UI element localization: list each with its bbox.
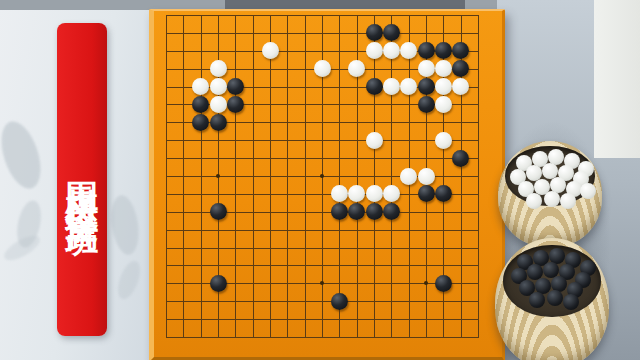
grid-line [166, 230, 479, 231]
black-stone[interactable] [366, 78, 383, 95]
black-stone[interactable] [210, 114, 227, 131]
black-stone[interactable] [348, 203, 365, 220]
grid-line [374, 15, 375, 338]
black-stone-bowl[interactable] [495, 238, 609, 360]
grid-line [166, 248, 479, 249]
black-stone[interactable] [383, 203, 400, 220]
white-stone[interactable] [348, 185, 365, 202]
star-point [216, 174, 220, 178]
black-stone[interactable] [418, 185, 435, 202]
black-stone[interactable] [192, 114, 209, 131]
white-stone[interactable] [383, 185, 400, 202]
banner-text: 围棋段位提高班 [57, 155, 107, 204]
black-stone[interactable] [227, 78, 244, 95]
star-point [320, 174, 324, 178]
grid-line [166, 337, 479, 338]
white-stone[interactable] [192, 78, 209, 95]
white-stone [580, 183, 596, 199]
white-stone[interactable] [210, 60, 227, 77]
ink-blossom [0, 116, 48, 193]
white-stone[interactable] [452, 78, 469, 95]
black-stone[interactable] [435, 185, 452, 202]
black-stone[interactable] [366, 203, 383, 220]
white-stone-bowl[interactable] [498, 141, 602, 247]
white-stone[interactable] [400, 168, 417, 185]
white-stone [544, 191, 560, 207]
black-stone[interactable] [452, 42, 469, 59]
white-stone[interactable] [418, 168, 435, 185]
black-stone[interactable] [418, 42, 435, 59]
star-point [320, 281, 324, 285]
black-stone [563, 294, 579, 310]
star-point [424, 281, 428, 285]
white-stone[interactable] [400, 42, 417, 59]
class-title-banner: 围棋段位提高班 [57, 23, 107, 336]
black-stone[interactable] [383, 24, 400, 41]
white-stone[interactable] [262, 42, 279, 59]
white-stone[interactable] [418, 60, 435, 77]
white-stone[interactable] [210, 78, 227, 95]
white-stone[interactable] [366, 42, 383, 59]
white-stone[interactable] [314, 60, 331, 77]
black-stone[interactable] [192, 96, 209, 113]
black-stone[interactable] [452, 150, 469, 167]
black-stone[interactable] [227, 96, 244, 113]
grid-line [391, 15, 392, 338]
grid-line [478, 15, 479, 338]
black-stone[interactable] [452, 60, 469, 77]
black-stone[interactable] [418, 78, 435, 95]
black-stone[interactable] [210, 203, 227, 220]
white-stone [560, 193, 576, 209]
white-stone[interactable] [331, 185, 348, 202]
black-stone[interactable] [331, 203, 348, 220]
white-stone[interactable] [210, 96, 227, 113]
black-stone[interactable] [210, 275, 227, 292]
white-stone [526, 193, 542, 209]
white-stone[interactable] [383, 42, 400, 59]
white-stone[interactable] [348, 60, 365, 77]
white-stone[interactable] [435, 60, 452, 77]
grid-line [166, 319, 479, 320]
go-board[interactable] [149, 9, 505, 360]
video-frame: 围棋段位提高班 [0, 0, 640, 360]
ink-blossom [108, 193, 142, 256]
grid-line [166, 301, 479, 302]
black-stone [547, 290, 563, 306]
grid-line [339, 15, 340, 338]
white-stone[interactable] [435, 132, 452, 149]
black-stone[interactable] [331, 293, 348, 310]
black-stone[interactable] [366, 24, 383, 41]
white-stone[interactable] [366, 132, 383, 149]
black-stone[interactable] [435, 275, 452, 292]
white-stone[interactable] [435, 96, 452, 113]
white-stone[interactable] [435, 78, 452, 95]
black-stone [529, 292, 545, 308]
ink-blossom [114, 258, 145, 302]
black-stone[interactable] [418, 96, 435, 113]
white-stone[interactable] [400, 78, 417, 95]
white-stone[interactable] [383, 78, 400, 95]
grid-line [166, 265, 479, 266]
black-stone[interactable] [435, 42, 452, 59]
white-stone[interactable] [366, 185, 383, 202]
board-grid [166, 15, 479, 338]
